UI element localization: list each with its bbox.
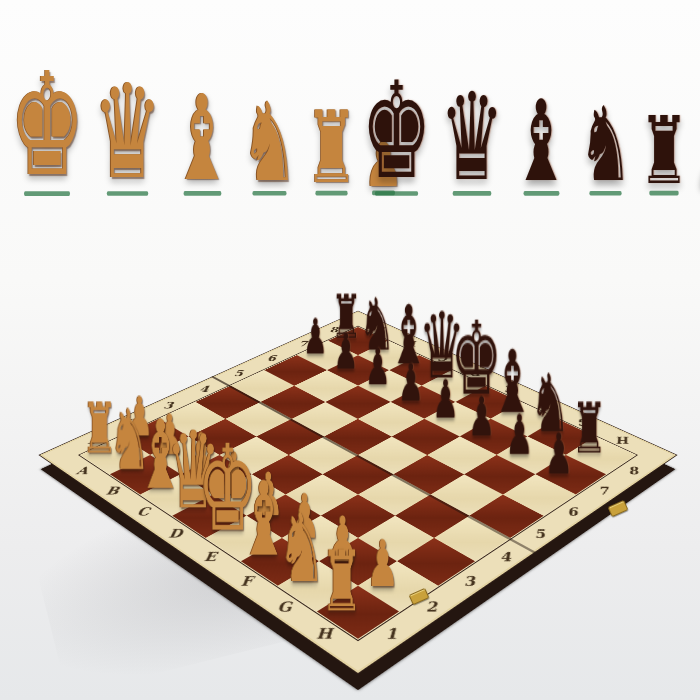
display-light-oak-rook-icon: ♜ xyxy=(305,98,358,197)
display-light-oak-bishop-icon: ♝ xyxy=(171,79,234,197)
display-light-oak-knight-icon: ♞ xyxy=(240,89,298,198)
border-corner xyxy=(38,444,80,467)
display-dark-brown-pawn-icon: ♟ xyxy=(694,125,700,196)
display-set-dark: ♚♛♝♞♜♟ xyxy=(358,36,696,196)
display-light-oak-king-icon: ♚ xyxy=(9,55,85,198)
white-pawn-h2[interactable]: ♟ xyxy=(366,532,399,596)
product-photo-scene: ♚♛♝♞♜♟ ♚♛♝♞♜♟ ABCDEFGH8♜♞♝♛♚♝♞♜87♟♟♟♟♟♟♟… xyxy=(0,0,700,700)
display-dark-brown-queen-icon: ♛ xyxy=(440,76,504,197)
display-light-oak-queen-icon: ♛ xyxy=(93,67,162,197)
display-dark-brown-rook-icon: ♜ xyxy=(639,104,688,197)
black-pawn-c7[interactable]: ♟ xyxy=(364,341,390,392)
display-set-light: ♚♛♝♞♜♟ xyxy=(6,26,352,196)
white-rook-h1[interactable]: ♜ xyxy=(320,539,362,622)
black-pawn-g7[interactable]: ♟ xyxy=(505,407,533,463)
black-pawn-a7[interactable]: ♟ xyxy=(303,312,328,361)
black-pawn-d7[interactable]: ♟ xyxy=(397,357,423,409)
black-pawn-f7[interactable]: ♟ xyxy=(467,389,495,443)
black-rook-h8[interactable]: ♜ xyxy=(571,392,607,462)
display-dark-brown-bishop-icon: ♝ xyxy=(512,86,571,198)
black-pawn-e7[interactable]: ♟ xyxy=(432,373,459,426)
black-pawn-b7[interactable]: ♟ xyxy=(333,326,358,376)
display-dark-brown-knight-icon: ♞ xyxy=(578,95,632,197)
white-knight-g1[interactable]: ♞ xyxy=(277,501,325,596)
display-dark-brown-king-icon: ♚ xyxy=(361,64,432,197)
black-pawn-h7[interactable]: ♟ xyxy=(544,425,573,482)
